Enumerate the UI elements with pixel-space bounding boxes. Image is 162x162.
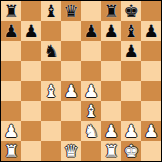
piece-black-pawn[interactable]: ♟ xyxy=(123,41,138,61)
square-g8[interactable]: ♚ xyxy=(121,1,141,21)
square-a4[interactable] xyxy=(1,81,21,101)
square-h8[interactable] xyxy=(141,1,161,21)
square-c2[interactable] xyxy=(41,121,61,141)
square-a5[interactable] xyxy=(1,61,21,81)
piece-white-knight[interactable]: ♞ xyxy=(83,121,98,141)
square-a1[interactable]: ♜ xyxy=(1,141,21,161)
square-h2[interactable]: ♟ xyxy=(141,121,161,141)
square-a6[interactable] xyxy=(1,41,21,61)
square-d7[interactable] xyxy=(61,21,81,41)
square-e7[interactable]: ♟ xyxy=(81,21,101,41)
square-e5[interactable] xyxy=(81,61,101,81)
square-f6[interactable] xyxy=(101,41,121,61)
piece-white-rook[interactable]: ♜ xyxy=(3,141,18,161)
square-f5[interactable] xyxy=(101,61,121,81)
square-c8[interactable]: ♝ xyxy=(41,1,61,21)
square-c7[interactable] xyxy=(41,21,61,41)
piece-white-pawn[interactable]: ♟ xyxy=(103,121,118,141)
piece-black-rook[interactable]: ♜ xyxy=(103,1,118,21)
square-h5[interactable] xyxy=(141,61,161,81)
square-b1[interactable] xyxy=(21,141,41,161)
square-f1[interactable]: ♜ xyxy=(101,141,121,161)
piece-black-pawn[interactable]: ♟ xyxy=(23,21,38,41)
square-c4[interactable]: ♝ xyxy=(41,81,61,101)
square-b4[interactable] xyxy=(21,81,41,101)
square-b8[interactable] xyxy=(21,1,41,21)
square-e6[interactable] xyxy=(81,41,101,61)
square-b6[interactable] xyxy=(21,41,41,61)
square-d5[interactable] xyxy=(61,61,81,81)
square-b2[interactable] xyxy=(21,121,41,141)
square-h4[interactable] xyxy=(141,81,161,101)
square-b7[interactable]: ♟ xyxy=(21,21,41,41)
square-b3[interactable] xyxy=(21,101,41,121)
square-c6[interactable]: ♞ xyxy=(41,41,61,61)
square-a7[interactable]: ♟ xyxy=(1,21,21,41)
square-d4[interactable]: ♟ xyxy=(61,81,81,101)
square-e4[interactable]: ♟ xyxy=(81,81,101,101)
square-d3[interactable] xyxy=(61,101,81,121)
piece-white-bishop[interactable]: ♝ xyxy=(83,101,98,121)
square-e1[interactable] xyxy=(81,141,101,161)
square-f7[interactable]: ♟ xyxy=(101,21,121,41)
chess-board: ♜♝♛♜♚♟♟♟♟♝♟♞♟♝♟♟♝♟♞♟♟♟♜♛♜♚ xyxy=(0,0,162,162)
square-f8[interactable]: ♜ xyxy=(101,1,121,21)
square-g2[interactable]: ♟ xyxy=(121,121,141,141)
square-d1[interactable]: ♛ xyxy=(61,141,81,161)
square-c3[interactable] xyxy=(41,101,61,121)
piece-white-pawn[interactable]: ♟ xyxy=(143,121,158,141)
square-g6[interactable]: ♟ xyxy=(121,41,141,61)
piece-black-knight[interactable]: ♞ xyxy=(43,41,58,61)
square-f3[interactable] xyxy=(101,101,121,121)
square-g5[interactable] xyxy=(121,61,141,81)
square-e3[interactable]: ♝ xyxy=(81,101,101,121)
square-h1[interactable] xyxy=(141,141,161,161)
square-a8[interactable]: ♜ xyxy=(1,1,21,21)
piece-white-king[interactable]: ♚ xyxy=(123,141,138,161)
piece-white-pawn[interactable]: ♟ xyxy=(3,121,18,141)
square-g7[interactable]: ♝ xyxy=(121,21,141,41)
piece-black-king[interactable]: ♚ xyxy=(123,1,138,21)
square-g4[interactable] xyxy=(121,81,141,101)
square-b5[interactable] xyxy=(21,61,41,81)
piece-white-pawn[interactable]: ♟ xyxy=(63,81,78,101)
square-h6[interactable] xyxy=(141,41,161,61)
square-d6[interactable] xyxy=(61,41,81,61)
piece-black-pawn[interactable]: ♟ xyxy=(3,21,18,41)
piece-black-pawn[interactable]: ♟ xyxy=(103,21,118,41)
piece-black-bishop[interactable]: ♝ xyxy=(123,21,138,41)
square-f2[interactable]: ♟ xyxy=(101,121,121,141)
square-h7[interactable]: ♟ xyxy=(141,21,161,41)
square-e8[interactable] xyxy=(81,1,101,21)
square-a2[interactable]: ♟ xyxy=(1,121,21,141)
piece-black-pawn[interactable]: ♟ xyxy=(83,21,98,41)
square-g3[interactable] xyxy=(121,101,141,121)
square-h3[interactable] xyxy=(141,101,161,121)
piece-black-bishop[interactable]: ♝ xyxy=(43,1,58,21)
square-f4[interactable] xyxy=(101,81,121,101)
square-d8[interactable]: ♛ xyxy=(61,1,81,21)
square-g1[interactable]: ♚ xyxy=(121,141,141,161)
piece-white-rook[interactable]: ♜ xyxy=(103,141,118,161)
piece-black-pawn[interactable]: ♟ xyxy=(143,21,158,41)
piece-white-bishop[interactable]: ♝ xyxy=(43,81,58,101)
piece-black-queen[interactable]: ♛ xyxy=(63,1,78,21)
square-c1[interactable] xyxy=(41,141,61,161)
piece-black-rook[interactable]: ♜ xyxy=(3,1,18,21)
piece-white-pawn[interactable]: ♟ xyxy=(83,81,98,101)
square-e2[interactable]: ♞ xyxy=(81,121,101,141)
piece-white-pawn[interactable]: ♟ xyxy=(123,121,138,141)
square-c5[interactable] xyxy=(41,61,61,81)
piece-white-queen[interactable]: ♛ xyxy=(63,141,78,161)
square-a3[interactable] xyxy=(1,101,21,121)
square-d2[interactable] xyxy=(61,121,81,141)
